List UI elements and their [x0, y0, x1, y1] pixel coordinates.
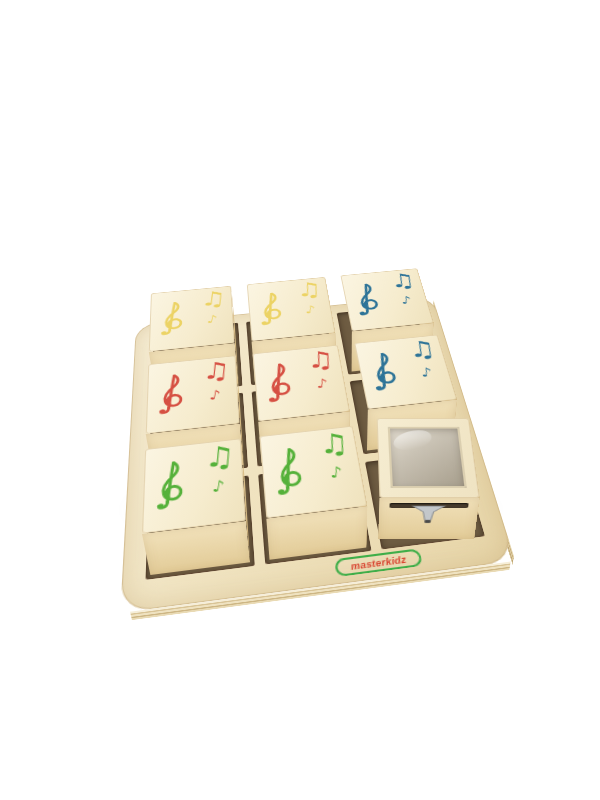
window-reflection	[390, 427, 435, 454]
cube-top-face: ♫♪	[340, 268, 433, 331]
eighth-note-icon: ♪	[208, 389, 221, 402]
board-grid: ♫♪♫♪♫♪♫♪♫♪♫♪♫♪♫♪	[120, 296, 515, 613]
treble-clef-icon	[156, 373, 186, 418]
product-photo-canvas: ♫♪♫♪♫♪♫♪♫♪♫♪♫♪♫♪ masterkidz	[0, 0, 600, 800]
treble-clef-icon	[263, 362, 296, 406]
treble-clef-icon	[351, 282, 385, 318]
metal-clapper-icon	[407, 504, 450, 525]
open-sound-box[interactable]	[375, 459, 474, 539]
acrylic-window	[388, 427, 467, 488]
brand-logo-text: masterkidz	[350, 554, 407, 572]
cube-top-face: ♫♪	[247, 277, 336, 341]
beamed-notes-icon: ♫	[203, 443, 236, 472]
beamed-notes-icon: ♫	[408, 338, 438, 361]
cube-top-face: ♫♪	[149, 286, 235, 352]
treble-clef-icon	[153, 459, 186, 514]
eighth-note-icon: ♪	[211, 479, 225, 495]
beamed-notes-icon: ♫	[307, 349, 335, 372]
sound-box-front	[378, 498, 480, 539]
eighth-note-icon: ♪	[316, 378, 327, 391]
board-tray: ♫♪♫♪♫♪♫♪♫♪♫♪♫♪♫♪ masterkidz	[120, 296, 515, 613]
scene-3d: ♫♪♫♪♫♪♫♪♫♪♫♪♫♪♫♪ masterkidz	[92, 222, 512, 562]
cube-top-face: ♫♪	[146, 355, 240, 434]
beamed-notes-icon: ♫	[201, 359, 231, 383]
beamed-notes-icon: ♫	[297, 280, 322, 300]
sound-box-rim	[377, 418, 480, 498]
eighth-note-icon: ♪	[421, 366, 432, 379]
slot-r2c2[interactable]	[364, 450, 487, 551]
beamed-notes-icon: ♫	[319, 430, 350, 458]
eighth-note-icon: ♪	[330, 465, 342, 481]
cube-green-r2c0[interactable]: ♫♪	[150, 480, 250, 575]
cube-green-r2c1[interactable]: ♫♪	[263, 467, 367, 560]
eighth-note-icon: ♪	[401, 295, 411, 306]
cube-top-face: ♫♪	[354, 335, 457, 410]
treble-clef-icon	[271, 446, 308, 499]
eighth-note-icon: ♪	[305, 304, 316, 315]
slot-r2c1[interactable]: ♫♪	[257, 462, 373, 566]
cube-top-face: ♫♪	[259, 426, 367, 519]
slot-r2c0[interactable]: ♫♪	[144, 475, 256, 582]
cube-top-face: ♫♪	[142, 438, 246, 533]
treble-clef-icon	[158, 300, 186, 338]
eighth-note-icon: ♪	[206, 314, 218, 325]
beamed-notes-icon: ♫	[390, 271, 417, 290]
beamed-notes-icon: ♫	[200, 289, 227, 309]
cube-top-face: ♫♪	[253, 345, 350, 422]
treble-clef-icon	[366, 351, 403, 394]
treble-clef-icon	[256, 291, 286, 328]
